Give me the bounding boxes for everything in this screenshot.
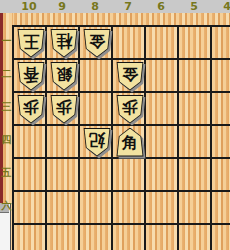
board-cell[interactable] — [212, 159, 230, 192]
rank-label: 五 — [1, 166, 12, 180]
board-cell[interactable] — [47, 126, 80, 159]
gote-gold-piece[interactable]: 金 — [116, 62, 144, 91]
board-cell[interactable] — [179, 126, 212, 159]
board-cell[interactable] — [47, 192, 80, 225]
board-cell[interactable] — [212, 27, 230, 60]
file-labels-bar: 10987654 — [0, 0, 230, 13]
board-cell[interactable] — [212, 225, 230, 250]
board-top-margin — [0, 13, 230, 25]
board-cell[interactable] — [113, 159, 146, 192]
game-board: 王桂金香銀金歩歩歩妃角 — [12, 25, 230, 250]
piece-face: 角 — [117, 129, 143, 156]
piece-kanji: 金 — [122, 66, 138, 82]
board-cell[interactable]: 桂 — [47, 27, 80, 60]
board-cell[interactable] — [113, 27, 146, 60]
board-cell[interactable] — [146, 60, 179, 93]
file-label: 7 — [117, 0, 139, 13]
board-cell[interactable] — [179, 192, 212, 225]
board-cell[interactable] — [179, 60, 212, 93]
piece-kanji: 角 — [122, 135, 138, 151]
gote-pawn-piece[interactable]: 歩 — [116, 95, 144, 124]
gote-king-piece[interactable]: 王 — [17, 29, 45, 58]
board-cell[interactable] — [14, 192, 47, 225]
board-cell[interactable] — [113, 225, 146, 250]
gote-silver-piece[interactable]: 銀 — [50, 62, 78, 91]
piece-kanji: 歩 — [122, 99, 138, 115]
piece-kanji: 銀 — [56, 66, 72, 82]
gote-queen-piece[interactable]: 妃 — [83, 128, 111, 157]
board-cell[interactable] — [80, 159, 113, 192]
piece-kanji: 歩 — [23, 99, 39, 115]
board-cell[interactable] — [14, 126, 47, 159]
board-cell[interactable] — [80, 93, 113, 126]
board-cell[interactable] — [179, 93, 212, 126]
board-cell[interactable] — [146, 126, 179, 159]
piece-kanji: 王 — [23, 33, 39, 49]
board-cell[interactable] — [146, 159, 179, 192]
piece-kanji: 桂 — [56, 33, 72, 49]
file-label: 6 — [150, 0, 172, 13]
board-cell[interactable]: 歩 — [14, 93, 47, 126]
sente-bishop-piece[interactable]: 角 — [116, 128, 144, 157]
piece-kanji: 妃 — [89, 132, 105, 148]
gote-knight-piece[interactable]: 桂 — [50, 29, 78, 58]
board-cell[interactable]: 角 — [113, 126, 146, 159]
piece-kanji: 香 — [23, 66, 39, 82]
board-cell[interactable] — [47, 159, 80, 192]
board-cell[interactable] — [212, 192, 230, 225]
board-cell[interactable] — [113, 192, 146, 225]
gote-pawn-piece[interactable]: 歩 — [50, 95, 78, 124]
rank-label: 六 — [1, 199, 12, 213]
rank-label: 二 — [1, 67, 12, 81]
gote-pawn-piece[interactable]: 歩 — [17, 95, 45, 124]
rank-label: 三 — [1, 100, 12, 114]
board-cell[interactable]: 王 — [14, 27, 47, 60]
piece-kanji: 金 — [89, 33, 105, 49]
board-cell[interactable]: 金 — [80, 27, 113, 60]
board-cell[interactable] — [179, 27, 212, 60]
board-cell[interactable]: 金 — [113, 60, 146, 93]
rank-label: 四 — [1, 133, 12, 147]
board-cell[interactable] — [80, 225, 113, 250]
board-cell[interactable] — [80, 192, 113, 225]
board-cell[interactable]: 妃 — [80, 126, 113, 159]
file-label: 10 — [18, 0, 40, 13]
rank-label: 一 — [1, 34, 12, 48]
board-cell[interactable] — [179, 159, 212, 192]
board-cell[interactable]: 歩 — [113, 93, 146, 126]
file-label: 8 — [84, 0, 106, 13]
board-cell[interactable]: 銀 — [47, 60, 80, 93]
board-cell[interactable] — [212, 126, 230, 159]
file-label: 5 — [183, 0, 205, 13]
board-cell[interactable] — [146, 93, 179, 126]
board-cell[interactable] — [14, 159, 47, 192]
board-cell[interactable]: 香 — [14, 60, 47, 93]
board-cell[interactable] — [146, 27, 179, 60]
board-cell[interactable] — [179, 225, 212, 250]
file-label: 4 — [216, 0, 230, 13]
board-cell[interactable] — [146, 225, 179, 250]
file-label: 9 — [51, 0, 73, 13]
board-cell[interactable] — [146, 192, 179, 225]
board-cell[interactable] — [80, 60, 113, 93]
board-cell[interactable] — [212, 93, 230, 126]
board-cell[interactable] — [212, 60, 230, 93]
board-cell[interactable] — [14, 225, 47, 250]
piece-kanji: 歩 — [56, 99, 72, 115]
board-cell[interactable]: 歩 — [47, 93, 80, 126]
board-cell[interactable] — [47, 225, 80, 250]
gote-lance-piece[interactable]: 香 — [17, 62, 45, 91]
gote-gold-piece[interactable]: 金 — [83, 29, 111, 58]
